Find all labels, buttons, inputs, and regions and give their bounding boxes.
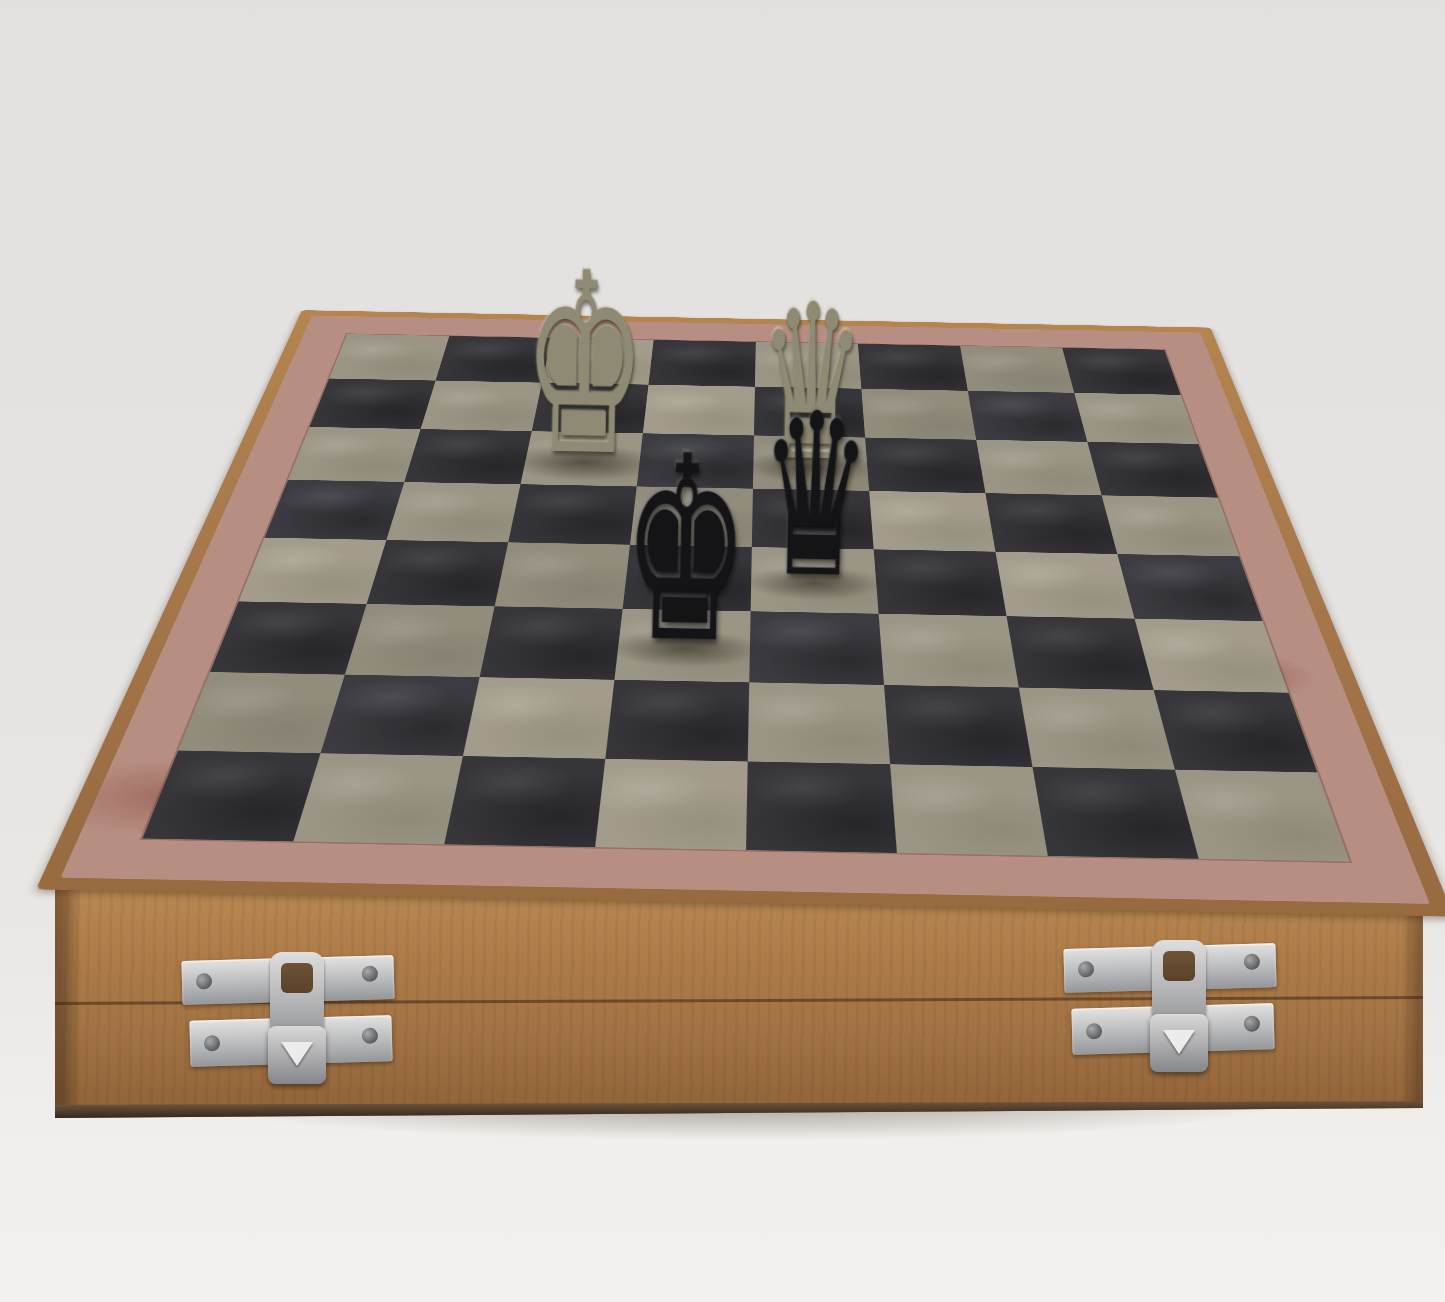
square-e2[interactable] xyxy=(748,682,890,764)
latch-hook[interactable] xyxy=(270,952,324,1034)
square-h1[interactable] xyxy=(1175,770,1350,862)
square-c4[interactable] xyxy=(495,542,630,608)
square-g6[interactable] xyxy=(976,440,1101,496)
screw-icon xyxy=(204,1035,220,1051)
square-h8[interactable] xyxy=(1062,348,1180,395)
latch-chevron-icon xyxy=(281,1042,313,1066)
square-f7[interactable] xyxy=(861,389,976,440)
latch-chevron-icon xyxy=(1163,1030,1195,1054)
square-a6[interactable] xyxy=(288,427,421,482)
square-f4[interactable] xyxy=(874,549,1007,616)
square-h6[interactable] xyxy=(1087,442,1218,498)
square-a5[interactable] xyxy=(265,480,405,540)
screw-icon xyxy=(1078,961,1094,977)
square-f5[interactable] xyxy=(869,491,995,552)
square-b4[interactable] xyxy=(367,540,509,606)
square-d1[interactable] xyxy=(595,759,748,850)
square-g5[interactable] xyxy=(985,493,1117,554)
square-c3[interactable] xyxy=(480,606,623,679)
square-f1[interactable] xyxy=(890,764,1048,856)
square-b5[interactable] xyxy=(386,482,520,542)
square-b3[interactable] xyxy=(345,604,495,677)
screw-icon xyxy=(1086,1023,1102,1039)
square-a3[interactable] xyxy=(210,601,367,674)
latch-catch[interactable] xyxy=(1150,1014,1208,1072)
latch-right[interactable] xyxy=(1062,936,1287,1076)
piece-black-queen[interactable]: ♛ xyxy=(758,406,872,588)
latch-hook-window xyxy=(281,963,313,993)
square-b2[interactable] xyxy=(321,675,480,756)
piece-black-king[interactable]: ♚ xyxy=(621,447,750,653)
square-h7[interactable] xyxy=(1074,393,1198,444)
screw-icon xyxy=(1244,953,1260,969)
square-h3[interactable] xyxy=(1135,619,1289,693)
square-h5[interactable] xyxy=(1102,495,1239,556)
board-wrap: ♚♛♚♛ xyxy=(36,0,1445,917)
square-g1[interactable] xyxy=(1033,767,1199,859)
square-c2[interactable] xyxy=(463,677,615,759)
square-h2[interactable] xyxy=(1154,690,1318,772)
square-c1[interactable] xyxy=(444,756,605,847)
square-f6[interactable] xyxy=(865,438,985,494)
latch-left[interactable] xyxy=(180,948,405,1088)
screw-icon xyxy=(362,965,378,981)
square-a2[interactable] xyxy=(178,672,345,753)
square-a4[interactable] xyxy=(239,538,387,604)
square-g8[interactable] xyxy=(960,346,1074,393)
square-a8[interactable] xyxy=(329,334,449,381)
screw-icon xyxy=(196,973,212,989)
square-b6[interactable] xyxy=(404,429,531,484)
scene: ♚♛♚♛ xyxy=(0,0,1445,1302)
square-f2[interactable] xyxy=(884,685,1032,767)
square-d8[interactable] xyxy=(648,340,755,387)
screw-icon xyxy=(362,1028,378,1044)
screw-icon xyxy=(1244,1016,1260,1032)
square-g3[interactable] xyxy=(1007,616,1154,690)
latch-hook[interactable] xyxy=(1152,940,1206,1022)
square-h4[interactable] xyxy=(1117,554,1262,621)
square-g7[interactable] xyxy=(968,391,1088,442)
square-b1[interactable] xyxy=(293,753,463,844)
square-g2[interactable] xyxy=(1019,688,1175,770)
latch-hook-window xyxy=(1163,951,1195,981)
square-e1[interactable] xyxy=(746,761,897,852)
square-a7[interactable] xyxy=(310,379,436,430)
square-g4[interactable] xyxy=(995,552,1134,619)
square-f8[interactable] xyxy=(858,344,968,391)
square-f3[interactable] xyxy=(879,614,1019,688)
latch-catch[interactable] xyxy=(268,1026,326,1084)
square-a1[interactable] xyxy=(142,751,320,842)
